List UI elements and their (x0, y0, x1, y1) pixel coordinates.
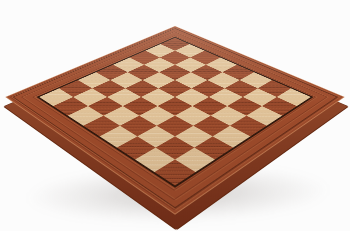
squares-grid (39, 38, 311, 186)
chess-board (5, 26, 344, 215)
playing-field-trim (36, 37, 313, 188)
product-photo-stage (0, 0, 350, 231)
perspective-scene (0, 0, 350, 231)
